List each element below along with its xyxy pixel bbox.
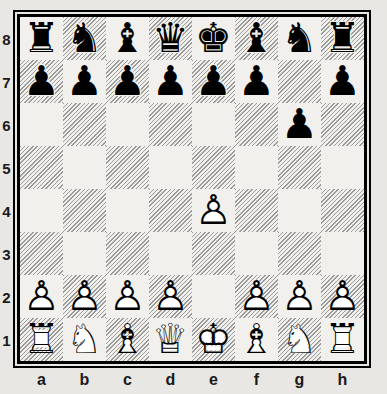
square-e7: ♟ — [192, 60, 235, 103]
white-pawn-piece: ♟♙ — [20, 275, 63, 318]
white-bishop-piece: ♝♗ — [106, 318, 149, 361]
rank-label-4: 4 — [0, 189, 13, 232]
black-bishop-piece: ♝ — [235, 17, 278, 60]
square-a1: ♜♖ — [20, 318, 63, 361]
square-d2: ♟♙ — [149, 275, 192, 318]
square-b5 — [63, 146, 106, 189]
white-king-piece: ♚♔ — [192, 318, 235, 361]
rank-label-3: 3 — [0, 232, 13, 275]
rank-label-7: 7 — [0, 60, 13, 103]
square-e1: ♚♔ — [192, 318, 235, 361]
black-rook-piece: ♜ — [321, 17, 364, 60]
square-h6 — [321, 103, 364, 146]
square-h8: ♜ — [321, 17, 364, 60]
square-a3 — [20, 232, 63, 275]
black-king-piece: ♚ — [192, 17, 235, 60]
square-c3 — [106, 232, 149, 275]
square-b2: ♟♙ — [63, 275, 106, 318]
square-a6 — [20, 103, 63, 146]
file-label-c: c — [106, 369, 149, 391]
square-f1: ♝♗ — [235, 318, 278, 361]
square-h4 — [321, 189, 364, 232]
black-bishop-piece: ♝ — [106, 17, 149, 60]
black-pawn-piece: ♟ — [106, 60, 149, 103]
square-g3 — [278, 232, 321, 275]
square-c1: ♝♗ — [106, 318, 149, 361]
white-pawn-piece: ♟♙ — [235, 275, 278, 318]
square-g7 — [278, 60, 321, 103]
file-label-e: e — [192, 369, 235, 391]
white-queen-piece: ♛♕ — [149, 318, 192, 361]
square-h7: ♟ — [321, 60, 364, 103]
square-h3 — [321, 232, 364, 275]
square-f2: ♟♙ — [235, 275, 278, 318]
file-labels: a b c d e f g h — [20, 369, 364, 391]
white-pawn-piece: ♟♙ — [192, 189, 235, 232]
black-queen-piece: ♛ — [149, 17, 192, 60]
file-label-a: a — [20, 369, 63, 391]
square-c7: ♟ — [106, 60, 149, 103]
white-piece-outline: ♙ — [278, 275, 321, 318]
white-bishop-piece: ♝♗ — [235, 318, 278, 361]
square-a8: ♜ — [20, 17, 63, 60]
white-piece-outline: ♙ — [63, 275, 106, 318]
square-f4 — [235, 189, 278, 232]
square-c6 — [106, 103, 149, 146]
square-b4 — [63, 189, 106, 232]
file-label-d: d — [149, 369, 192, 391]
file-label-f: f — [235, 369, 278, 391]
black-pawn-piece: ♟ — [321, 60, 364, 103]
white-pawn-piece: ♟♙ — [321, 275, 364, 318]
square-g1: ♞♘ — [278, 318, 321, 361]
rank-label-6: 6 — [0, 103, 13, 146]
square-c2: ♟♙ — [106, 275, 149, 318]
square-d5 — [149, 146, 192, 189]
black-pawn-piece: ♟ — [192, 60, 235, 103]
white-piece-outline: ♙ — [20, 275, 63, 318]
black-rook-piece: ♜ — [20, 17, 63, 60]
square-f3 — [235, 232, 278, 275]
square-h5 — [321, 146, 364, 189]
square-b1: ♞♘ — [63, 318, 106, 361]
square-d7: ♟ — [149, 60, 192, 103]
square-e3 — [192, 232, 235, 275]
square-e2 — [192, 275, 235, 318]
square-g8: ♞ — [278, 17, 321, 60]
square-c8: ♝ — [106, 17, 149, 60]
square-h1: ♜♖ — [321, 318, 364, 361]
file-label-b: b — [63, 369, 106, 391]
white-piece-outline: ♗ — [235, 318, 278, 361]
square-d4 — [149, 189, 192, 232]
square-d6 — [149, 103, 192, 146]
square-f8: ♝ — [235, 17, 278, 60]
square-b8: ♞ — [63, 17, 106, 60]
board-border: ♜♞♝♛♚♝♞♜♟♟♟♟♟♟♟♟♟♙♟♙♟♙♟♙♟♙♟♙♟♙♟♙♜♖♞♘♝♗♛♕… — [17, 14, 367, 364]
white-piece-outline: ♙ — [235, 275, 278, 318]
white-knight-piece: ♞♘ — [278, 318, 321, 361]
chess-diagram: 8 7 6 5 4 3 2 1 ♜♞♝♛♚♝♞♜♟♟♟♟♟♟♟♟♟♙♟♙♟♙♟♙… — [0, 0, 387, 394]
square-e8: ♚ — [192, 17, 235, 60]
square-g5 — [278, 146, 321, 189]
white-piece-outline: ♙ — [106, 275, 149, 318]
board: ♜♞♝♛♚♝♞♜♟♟♟♟♟♟♟♟♟♙♟♙♟♙♟♙♟♙♟♙♟♙♟♙♜♖♞♘♝♗♛♕… — [20, 17, 364, 361]
white-piece-outline: ♗ — [106, 318, 149, 361]
black-pawn-piece: ♟ — [20, 60, 63, 103]
white-piece-outline: ♘ — [63, 318, 106, 361]
square-a2: ♟♙ — [20, 275, 63, 318]
file-label-h: h — [321, 369, 364, 391]
square-b7: ♟ — [63, 60, 106, 103]
square-a5 — [20, 146, 63, 189]
white-piece-outline: ♖ — [321, 318, 364, 361]
file-label-g: g — [278, 369, 321, 391]
white-piece-outline: ♔ — [192, 318, 235, 361]
white-piece-outline: ♙ — [149, 275, 192, 318]
black-pawn-piece: ♟ — [63, 60, 106, 103]
white-piece-outline: ♘ — [278, 318, 321, 361]
white-piece-outline: ♙ — [192, 189, 235, 232]
square-d1: ♛♕ — [149, 318, 192, 361]
square-e4: ♟♙ — [192, 189, 235, 232]
rank-label-5: 5 — [0, 146, 13, 189]
white-piece-outline: ♙ — [321, 275, 364, 318]
black-knight-piece: ♞ — [278, 17, 321, 60]
rank-labels: 8 7 6 5 4 3 2 1 — [0, 17, 13, 361]
black-pawn-piece: ♟ — [149, 60, 192, 103]
black-pawn-piece: ♟ — [278, 103, 321, 146]
square-h2: ♟♙ — [321, 275, 364, 318]
square-d3 — [149, 232, 192, 275]
square-b3 — [63, 232, 106, 275]
board-frame: ♜♞♝♛♚♝♞♜♟♟♟♟♟♟♟♟♟♙♟♙♟♙♟♙♟♙♟♙♟♙♟♙♜♖♞♘♝♗♛♕… — [13, 10, 371, 368]
square-b6 — [63, 103, 106, 146]
white-rook-piece: ♜♖ — [20, 318, 63, 361]
square-e6 — [192, 103, 235, 146]
square-f7: ♟ — [235, 60, 278, 103]
black-pawn-piece: ♟ — [235, 60, 278, 103]
square-g6: ♟ — [278, 103, 321, 146]
square-g4 — [278, 189, 321, 232]
square-a7: ♟ — [20, 60, 63, 103]
white-piece-outline: ♕ — [149, 318, 192, 361]
white-piece-outline: ♖ — [20, 318, 63, 361]
square-c5 — [106, 146, 149, 189]
white-rook-piece: ♜♖ — [321, 318, 364, 361]
rank-label-8: 8 — [0, 17, 13, 60]
black-knight-piece: ♞ — [63, 17, 106, 60]
white-pawn-piece: ♟♙ — [63, 275, 106, 318]
white-pawn-piece: ♟♙ — [278, 275, 321, 318]
square-c4 — [106, 189, 149, 232]
square-e5 — [192, 146, 235, 189]
white-pawn-piece: ♟♙ — [149, 275, 192, 318]
white-knight-piece: ♞♘ — [63, 318, 106, 361]
square-g2: ♟♙ — [278, 275, 321, 318]
white-pawn-piece: ♟♙ — [106, 275, 149, 318]
square-f5 — [235, 146, 278, 189]
rank-label-1: 1 — [0, 318, 13, 361]
rank-label-2: 2 — [0, 275, 13, 318]
square-a4 — [20, 189, 63, 232]
square-f6 — [235, 103, 278, 146]
square-d8: ♛ — [149, 17, 192, 60]
